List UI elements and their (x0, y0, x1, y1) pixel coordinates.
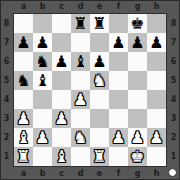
square-a1[interactable]: ♜ (14, 147, 33, 166)
chess-diagram: { "game": "chess", "position": "3rr1k1/p… (0, 0, 180, 180)
rank-label-1: 1 (0, 147, 13, 166)
square-f4[interactable] (109, 90, 128, 109)
square-g2[interactable]: ♟ (128, 128, 147, 147)
square-f5[interactable] (109, 71, 128, 90)
rank-label-5: 5 (0, 71, 13, 90)
square-e1[interactable]: ♜ (90, 147, 109, 166)
square-a2[interactable]: ♝ (14, 128, 33, 147)
square-a5[interactable]: ♞ (14, 71, 33, 90)
file-labels-top: abcdefgh (14, 0, 166, 13)
square-g3[interactable] (128, 109, 147, 128)
square-d2[interactable]: ♞ (71, 128, 90, 147)
square-e7[interactable] (90, 33, 109, 52)
file-label-a: a (14, 0, 33, 13)
square-f1[interactable] (109, 147, 128, 166)
piece-black-bishop: ♝ (33, 71, 52, 90)
file-label-f: f (109, 167, 128, 180)
rank-label-8: 8 (0, 14, 13, 33)
square-b8[interactable] (33, 14, 52, 33)
piece-black-pawn: ♟ (90, 52, 109, 71)
rank-label-1: 1 (167, 147, 180, 166)
square-b2[interactable]: ♟ (33, 128, 52, 147)
piece-black-bishop: ♝ (71, 52, 90, 71)
file-label-g: g (128, 0, 147, 13)
rank-label-4: 4 (167, 90, 180, 109)
piece-white-pawn: ♟ (147, 128, 166, 147)
piece-white-pawn: ♟ (128, 128, 147, 147)
rank-label-3: 3 (0, 109, 13, 128)
piece-white-rook: ♜ (14, 147, 33, 166)
piece-black-pawn: ♟ (52, 52, 71, 71)
file-label-b: b (33, 0, 52, 13)
rank-label-7: 7 (167, 33, 180, 52)
rank-label-5: 5 (167, 71, 180, 90)
piece-black-pawn: ♟ (109, 33, 128, 52)
square-f3[interactable] (109, 109, 128, 128)
square-f2[interactable]: ♟ (109, 128, 128, 147)
piece-black-rook: ♜ (90, 14, 109, 33)
rank-label-6: 6 (167, 52, 180, 71)
piece-white-pawn: ♟ (52, 109, 71, 128)
square-h1[interactable] (147, 147, 166, 166)
file-label-b: b (33, 167, 52, 180)
square-h2[interactable]: ♟ (147, 128, 166, 147)
file-label-e: e (90, 167, 109, 180)
piece-white-rook: ♜ (90, 147, 109, 166)
square-a8[interactable] (14, 14, 33, 33)
rank-label-4: 4 (0, 90, 13, 109)
square-h7[interactable]: ♟ (147, 33, 166, 52)
square-h6[interactable] (147, 52, 166, 71)
square-h8[interactable] (147, 14, 166, 33)
square-d7[interactable] (71, 33, 90, 52)
square-h4[interactable] (147, 90, 166, 109)
file-label-e: e (90, 0, 109, 13)
piece-black-king: ♚ (128, 14, 147, 33)
file-label-h: h (147, 167, 166, 180)
piece-white-bishop: ♝ (52, 147, 71, 166)
piece-white-knight: ♞ (71, 128, 90, 147)
square-b7[interactable]: ♟ (33, 33, 52, 52)
square-c2[interactable] (52, 128, 71, 147)
square-d3[interactable] (71, 109, 90, 128)
rank-labels-right: 87654321 (167, 14, 180, 166)
piece-black-pawn: ♟ (128, 33, 147, 52)
white-to-move-indicator (168, 168, 177, 177)
square-e4[interactable] (90, 90, 109, 109)
rank-labels-left: 87654321 (0, 14, 13, 166)
piece-white-bishop: ♝ (14, 128, 33, 147)
rank-label-7: 7 (0, 33, 13, 52)
square-b1[interactable] (33, 147, 52, 166)
piece-black-pawn: ♟ (14, 33, 33, 52)
square-f6[interactable] (109, 52, 128, 71)
square-e8[interactable]: ♜ (90, 14, 109, 33)
square-a7[interactable]: ♟ (14, 33, 33, 52)
square-c5[interactable] (52, 71, 71, 90)
piece-white-pawn: ♟ (109, 128, 128, 147)
file-label-c: c (52, 0, 71, 13)
rank-label-3: 3 (167, 109, 180, 128)
rank-label-2: 2 (0, 128, 13, 147)
piece-black-pawn: ♟ (147, 33, 166, 52)
chess-board: ♜♜♚♟♟♟♟♟♞♟♝♟♞♝♞♟♟♟♝♟♞♟♟♟♜♝♜♚ (13, 13, 167, 167)
piece-black-knight: ♞ (14, 71, 33, 90)
square-f7[interactable]: ♟ (109, 33, 128, 52)
file-label-d: d (71, 0, 90, 13)
piece-black-knight: ♞ (33, 52, 52, 71)
square-a6[interactable] (14, 52, 33, 71)
piece-white-pawn: ♟ (33, 128, 52, 147)
square-e6[interactable]: ♟ (90, 52, 109, 71)
piece-white-pawn: ♟ (14, 109, 33, 128)
square-c1[interactable]: ♝ (52, 147, 71, 166)
square-g4[interactable] (128, 90, 147, 109)
square-g6[interactable] (128, 52, 147, 71)
square-g1[interactable]: ♚ (128, 147, 147, 166)
rank-label-2: 2 (167, 128, 180, 147)
square-e5[interactable]: ♞ (90, 71, 109, 90)
square-f8[interactable] (109, 14, 128, 33)
rank-label-8: 8 (167, 14, 180, 33)
piece-white-knight: ♞ (90, 71, 109, 90)
file-label-d: d (71, 167, 90, 180)
square-d4[interactable]: ♟ (71, 90, 90, 109)
square-a3[interactable]: ♟ (14, 109, 33, 128)
square-d1[interactable] (71, 147, 90, 166)
square-a4[interactable] (14, 90, 33, 109)
square-d5[interactable] (71, 71, 90, 90)
square-b3[interactable] (33, 109, 52, 128)
square-c3[interactable]: ♟ (52, 109, 71, 128)
file-label-h: h (147, 0, 166, 13)
square-e3[interactable] (90, 109, 109, 128)
square-h3[interactable] (147, 109, 166, 128)
file-labels-bottom: abcdefgh (14, 167, 166, 180)
file-label-c: c (52, 167, 71, 180)
square-e2[interactable] (90, 128, 109, 147)
piece-white-pawn: ♟ (71, 90, 90, 109)
square-b6[interactable]: ♞ (33, 52, 52, 71)
piece-black-rook: ♜ (71, 14, 90, 33)
square-g8[interactable]: ♚ (128, 14, 147, 33)
square-c4[interactable] (52, 90, 71, 109)
square-c7[interactable] (52, 33, 71, 52)
square-d8[interactable]: ♜ (71, 14, 90, 33)
square-g5[interactable] (128, 71, 147, 90)
square-d6[interactable]: ♝ (71, 52, 90, 71)
square-h5[interactable] (147, 71, 166, 90)
piece-black-pawn: ♟ (33, 33, 52, 52)
file-label-g: g (128, 167, 147, 180)
file-label-a: a (14, 167, 33, 180)
square-c8[interactable] (52, 14, 71, 33)
rank-label-6: 6 (0, 52, 13, 71)
square-b4[interactable] (33, 90, 52, 109)
square-c6[interactable]: ♟ (52, 52, 71, 71)
square-b5[interactable]: ♝ (33, 71, 52, 90)
file-label-f: f (109, 0, 128, 13)
square-g7[interactable]: ♟ (128, 33, 147, 52)
piece-white-king: ♚ (128, 147, 147, 166)
